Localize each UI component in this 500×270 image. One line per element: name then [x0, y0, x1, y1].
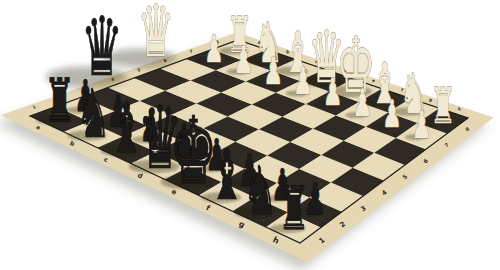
piece-black-knight-g1[interactable]: ♞: [243, 152, 278, 230]
piece-black-knight-b1[interactable]: ♞: [76, 74, 111, 152]
piece-white-pawn-d7[interactable]: ♟: [293, 59, 313, 103]
chess-set-product-photo: a1a1b2b2c3c3d4d4e5e5f6f6g7g7h8h8♜♛♟♞♝♟♛♛…: [0, 0, 500, 270]
chessboard-scene: a1a1b2b2c3c3d4d4e5e5f6f6g7g7h8h8♜♛♟♞♝♟♛♛…: [0, 0, 500, 270]
piece-white-rook-h8[interactable]: ♜: [430, 77, 456, 134]
piece-white-pawn-e7[interactable]: ♟: [323, 70, 343, 114]
piece-white-pawn-b7[interactable]: ♟: [234, 37, 254, 81]
piece-white-pawn-g7[interactable]: ♟: [382, 92, 402, 136]
piece-white-pawn-c7[interactable]: ♟: [263, 48, 283, 92]
piece-white-pawn-a7[interactable]: ♟: [204, 26, 224, 70]
piece-white-pawn-h7[interactable]: ♟: [412, 103, 432, 147]
piece-black-rook-h1[interactable]: ♜: [278, 174, 309, 244]
piece-black-bishop-f1[interactable]: ♝: [209, 135, 245, 215]
extra-piece-white-queen: ♛: [137, 0, 174, 73]
piece-white-pawn-f7[interactable]: ♟: [352, 81, 372, 125]
piece-black-rook-a1[interactable]: ♜: [44, 66, 75, 136]
